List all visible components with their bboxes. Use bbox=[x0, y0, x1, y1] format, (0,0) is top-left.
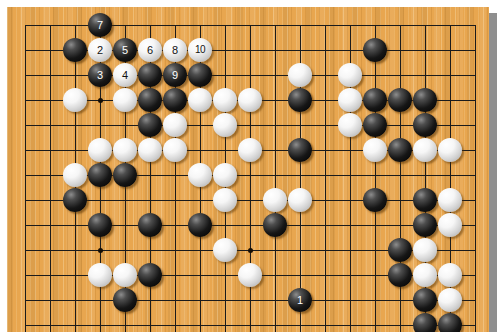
stone-white bbox=[213, 188, 237, 212]
stone-white bbox=[113, 88, 137, 112]
stone-white bbox=[113, 263, 137, 287]
stone-black bbox=[363, 188, 387, 212]
move-number-label: 3 bbox=[97, 70, 103, 81]
stone-black bbox=[363, 88, 387, 112]
stone-black bbox=[413, 188, 437, 212]
stone-black bbox=[88, 163, 112, 187]
stone-white bbox=[438, 138, 462, 162]
stone-white bbox=[438, 188, 462, 212]
stone-black bbox=[413, 113, 437, 137]
stone-black: 9 bbox=[163, 63, 187, 87]
stone-white bbox=[238, 88, 262, 112]
move-number-label: 2 bbox=[97, 45, 103, 56]
stone-black bbox=[113, 288, 137, 312]
stone-white bbox=[163, 113, 187, 137]
stone-white bbox=[438, 288, 462, 312]
stone-black: 5 bbox=[113, 38, 137, 62]
stone-black bbox=[388, 263, 412, 287]
stone-white bbox=[363, 138, 387, 162]
go-diagram-screenshot: 72568103491 bbox=[0, 0, 500, 332]
stone-black bbox=[413, 288, 437, 312]
stone-black bbox=[113, 163, 137, 187]
stone-white: 8 bbox=[163, 38, 187, 62]
stone-black: 1 bbox=[288, 288, 312, 312]
stone-black bbox=[263, 213, 287, 237]
stone-black bbox=[138, 63, 162, 87]
stone-black bbox=[363, 38, 387, 62]
stone-white bbox=[88, 138, 112, 162]
stone-white: 10 bbox=[188, 38, 212, 62]
stone-white bbox=[188, 88, 212, 112]
stone-black bbox=[413, 213, 437, 237]
move-number-label: 10 bbox=[195, 45, 205, 55]
stone-black bbox=[413, 313, 437, 332]
stone-black bbox=[63, 188, 87, 212]
move-number-label: 4 bbox=[122, 70, 128, 81]
stone-white bbox=[138, 138, 162, 162]
stone-white: 6 bbox=[138, 38, 162, 62]
stone-white bbox=[438, 263, 462, 287]
stone-black bbox=[138, 113, 162, 137]
stone-white bbox=[113, 138, 137, 162]
stone-white bbox=[438, 213, 462, 237]
stone-black bbox=[88, 213, 112, 237]
stone-black: 7 bbox=[88, 13, 112, 37]
move-number-label: 6 bbox=[147, 45, 153, 56]
stone-white bbox=[88, 263, 112, 287]
stone-white bbox=[338, 113, 362, 137]
stone-white bbox=[63, 88, 87, 112]
stone-white bbox=[213, 163, 237, 187]
stone-white bbox=[288, 63, 312, 87]
stone-white bbox=[338, 88, 362, 112]
stone-white bbox=[163, 138, 187, 162]
stone-white bbox=[338, 63, 362, 87]
stone-black bbox=[138, 213, 162, 237]
move-number-label: 5 bbox=[122, 45, 128, 56]
stone-black bbox=[388, 238, 412, 262]
go-board[interactable]: 72568103491 bbox=[7, 7, 489, 332]
move-number-label: 7 bbox=[97, 20, 103, 31]
stone-white: 4 bbox=[113, 63, 137, 87]
stone-white bbox=[63, 163, 87, 187]
move-number-label: 8 bbox=[172, 45, 178, 56]
stone-black bbox=[63, 38, 87, 62]
stone-black: 3 bbox=[88, 63, 112, 87]
stone-black bbox=[388, 138, 412, 162]
stone-black bbox=[363, 113, 387, 137]
stone-white bbox=[213, 113, 237, 137]
move-number-label: 9 bbox=[172, 70, 178, 81]
stones-layer: 72568103491 bbox=[13, 13, 488, 332]
move-number-label: 1 bbox=[297, 295, 303, 306]
stone-black bbox=[288, 88, 312, 112]
stone-white bbox=[413, 138, 437, 162]
stone-white bbox=[238, 263, 262, 287]
stone-white bbox=[188, 163, 212, 187]
stone-white bbox=[213, 88, 237, 112]
stone-black bbox=[138, 263, 162, 287]
stone-white bbox=[413, 263, 437, 287]
stone-white: 2 bbox=[88, 38, 112, 62]
stone-black bbox=[138, 88, 162, 112]
stone-black bbox=[388, 88, 412, 112]
stone-black bbox=[188, 63, 212, 87]
stone-white bbox=[238, 138, 262, 162]
stone-black bbox=[188, 213, 212, 237]
stone-black bbox=[163, 88, 187, 112]
stone-black bbox=[413, 88, 437, 112]
stone-white bbox=[263, 188, 287, 212]
stone-white bbox=[288, 188, 312, 212]
stone-white bbox=[213, 238, 237, 262]
stone-white bbox=[413, 238, 437, 262]
stone-black bbox=[438, 313, 462, 332]
stone-black bbox=[288, 138, 312, 162]
